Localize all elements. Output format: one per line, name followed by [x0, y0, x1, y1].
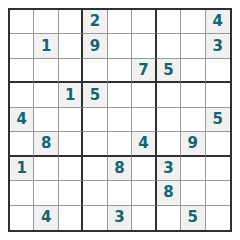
- sudoku-cell-r6c6[interactable]: 4: [132, 132, 156, 156]
- sudoku-cell-r5c2[interactable]: [34, 108, 58, 132]
- sudoku-cell-r7c4[interactable]: [83, 157, 107, 181]
- sudoku-cell-r1c3[interactable]: [59, 10, 83, 34]
- sudoku-cell-r5c5[interactable]: [108, 108, 132, 132]
- sudoku-cell-r9c4[interactable]: [83, 206, 107, 230]
- sudoku-cell-r8c9[interactable]: [206, 181, 230, 205]
- sudoku-cell-r6c7[interactable]: [157, 132, 181, 156]
- sudoku-cell-r5c7[interactable]: [157, 108, 181, 132]
- sudoku-cell-r5c4[interactable]: [83, 108, 107, 132]
- sudoku-cell-r3c7[interactable]: 5: [157, 59, 181, 83]
- sudoku-cell-r3c4[interactable]: [83, 59, 107, 83]
- sudoku-cell-r8c3[interactable]: [59, 181, 83, 205]
- sudoku-cell-r2c1[interactable]: [10, 34, 34, 58]
- sudoku-cell-r6c8[interactable]: 9: [181, 132, 205, 156]
- sudoku-cell-r8c1[interactable]: [10, 181, 34, 205]
- sudoku-cell-r5c8[interactable]: [181, 108, 205, 132]
- sudoku-cell-r7c8[interactable]: [181, 157, 205, 181]
- sudoku-cell-r1c1[interactable]: [10, 10, 34, 34]
- sudoku-cell-r2c3[interactable]: [59, 34, 83, 58]
- sudoku-cell-r4c7[interactable]: [157, 83, 181, 107]
- sudoku-cell-r3c2[interactable]: [34, 59, 58, 83]
- sudoku-cell-r4c4[interactable]: 5: [83, 83, 107, 107]
- sudoku-cell-r7c1[interactable]: 1: [10, 157, 34, 181]
- sudoku-cell-r9c5[interactable]: 3: [108, 206, 132, 230]
- sudoku-cell-r7c3[interactable]: [59, 157, 83, 181]
- sudoku-cell-r2c4[interactable]: 9: [83, 34, 107, 58]
- sudoku-cell-r3c9[interactable]: [206, 59, 230, 83]
- sudoku-cell-r1c5[interactable]: [108, 10, 132, 34]
- sudoku-cell-r9c2[interactable]: 4: [34, 206, 58, 230]
- sudoku-cell-r7c6[interactable]: [132, 157, 156, 181]
- sudoku-cell-r1c4[interactable]: 2: [83, 10, 107, 34]
- sudoku-cell-r8c6[interactable]: [132, 181, 156, 205]
- sudoku-board: 241937515458491838435: [8, 8, 232, 232]
- sudoku-cell-r7c2[interactable]: [34, 157, 58, 181]
- sudoku-cell-r6c5[interactable]: [108, 132, 132, 156]
- sudoku-cell-r8c7[interactable]: 8: [157, 181, 181, 205]
- sudoku-cell-r4c6[interactable]: [132, 83, 156, 107]
- sudoku-cell-r6c9[interactable]: [206, 132, 230, 156]
- sudoku-cell-r1c8[interactable]: [181, 10, 205, 34]
- sudoku-cell-r3c6[interactable]: 7: [132, 59, 156, 83]
- sudoku-cell-r9c7[interactable]: [157, 206, 181, 230]
- sudoku-cell-r4c5[interactable]: [108, 83, 132, 107]
- sudoku-cell-r7c7[interactable]: 3: [157, 157, 181, 181]
- sudoku-cell-r3c5[interactable]: [108, 59, 132, 83]
- sudoku-cell-r7c9[interactable]: [206, 157, 230, 181]
- sudoku-cell-r9c3[interactable]: [59, 206, 83, 230]
- sudoku-cell-r4c1[interactable]: [10, 83, 34, 107]
- sudoku-cell-r1c9[interactable]: 4: [206, 10, 230, 34]
- sudoku-cell-r6c2[interactable]: 8: [34, 132, 58, 156]
- sudoku-cell-r3c3[interactable]: [59, 59, 83, 83]
- sudoku-cell-r8c5[interactable]: [108, 181, 132, 205]
- sudoku-cell-r9c6[interactable]: [132, 206, 156, 230]
- sudoku-cell-r2c8[interactable]: [181, 34, 205, 58]
- sudoku-cell-r8c4[interactable]: [83, 181, 107, 205]
- sudoku-cell-r3c8[interactable]: [181, 59, 205, 83]
- sudoku-cell-r6c1[interactable]: [10, 132, 34, 156]
- sudoku-cell-r7c5[interactable]: 8: [108, 157, 132, 181]
- sudoku-cell-r2c9[interactable]: 3: [206, 34, 230, 58]
- sudoku-cell-r2c6[interactable]: [132, 34, 156, 58]
- sudoku-cell-r4c8[interactable]: [181, 83, 205, 107]
- sudoku-cell-r6c3[interactable]: [59, 132, 83, 156]
- sudoku-cell-r6c4[interactable]: [83, 132, 107, 156]
- sudoku-cell-r1c7[interactable]: [157, 10, 181, 34]
- sudoku-cell-r5c1[interactable]: 4: [10, 108, 34, 132]
- sudoku-cell-r4c9[interactable]: [206, 83, 230, 107]
- sudoku-cell-r4c2[interactable]: [34, 83, 58, 107]
- sudoku-cell-r2c7[interactable]: [157, 34, 181, 58]
- sudoku-cell-r9c9[interactable]: [206, 206, 230, 230]
- sudoku-cell-r8c2[interactable]: [34, 181, 58, 205]
- sudoku-cell-r5c9[interactable]: 5: [206, 108, 230, 132]
- sudoku-cell-r8c8[interactable]: [181, 181, 205, 205]
- sudoku-cell-r5c6[interactable]: [132, 108, 156, 132]
- sudoku-cell-r1c2[interactable]: [34, 10, 58, 34]
- sudoku-cell-r1c6[interactable]: [132, 10, 156, 34]
- sudoku-cell-r4c3[interactable]: 1: [59, 83, 83, 107]
- sudoku-cell-r3c1[interactable]: [10, 59, 34, 83]
- sudoku-cell-r2c5[interactable]: [108, 34, 132, 58]
- sudoku-cell-r5c3[interactable]: [59, 108, 83, 132]
- sudoku-cell-r9c1[interactable]: [10, 206, 34, 230]
- sudoku-cell-r9c8[interactable]: 5: [181, 206, 205, 230]
- sudoku-cell-r2c2[interactable]: 1: [34, 34, 58, 58]
